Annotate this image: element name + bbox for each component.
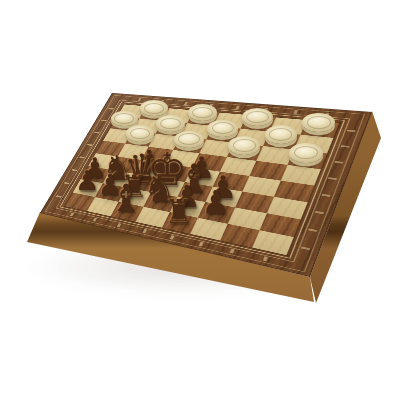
chess-piece-pawn-dark[interactable]: ♟ bbox=[75, 167, 99, 194]
chess-piece-rook-dark[interactable]: ♜ bbox=[164, 196, 193, 229]
checker-piece-light[interactable] bbox=[289, 143, 323, 163]
chess-piece-pawn-dark[interactable]: ♟ bbox=[201, 187, 229, 219]
product-photo: ♟♟♟♞♛♚♝♟♟♟♜♞♟♟♝♜ bbox=[0, 0, 400, 400]
checker-piece-light[interactable] bbox=[207, 120, 238, 138]
checker-piece-light[interactable] bbox=[265, 125, 297, 144]
checker-piece-light[interactable] bbox=[156, 115, 185, 132]
checker-piece-light[interactable] bbox=[126, 125, 154, 141]
chess-piece-bishop-dark[interactable]: ♝ bbox=[109, 180, 143, 218]
checker-piece-light[interactable] bbox=[228, 136, 260, 154]
